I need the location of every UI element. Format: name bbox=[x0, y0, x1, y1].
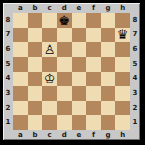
square-g7[interactable] bbox=[101, 28, 116, 43]
square-a6[interactable] bbox=[13, 42, 28, 57]
square-e5[interactable] bbox=[72, 57, 87, 72]
piece-white-king[interactable]: ♔ bbox=[44, 72, 56, 85]
square-b3[interactable] bbox=[28, 86, 43, 101]
piece-white-pawn[interactable]: ♙ bbox=[44, 43, 56, 56]
square-g3[interactable] bbox=[101, 86, 116, 101]
chess-board: ♚♛♙♔ bbox=[13, 13, 130, 130]
square-f7[interactable] bbox=[86, 28, 101, 43]
square-a3[interactable] bbox=[13, 86, 28, 101]
square-c5[interactable] bbox=[42, 57, 57, 72]
square-e7[interactable] bbox=[72, 28, 87, 43]
square-d4[interactable] bbox=[57, 72, 72, 87]
square-e3[interactable] bbox=[72, 86, 87, 101]
square-b6[interactable] bbox=[28, 42, 43, 57]
square-h3[interactable] bbox=[115, 86, 130, 101]
square-d8[interactable]: ♚ bbox=[57, 13, 72, 28]
square-h2[interactable] bbox=[115, 101, 130, 116]
rank-label-8: 8 bbox=[130, 13, 140, 28]
rank-label-2: 2 bbox=[3, 101, 13, 116]
rank-label-6: 6 bbox=[3, 42, 13, 57]
square-d5[interactable] bbox=[57, 57, 72, 72]
square-d1[interactable] bbox=[57, 115, 72, 130]
square-e2[interactable] bbox=[72, 101, 87, 116]
rank-label-1: 1 bbox=[130, 115, 140, 130]
square-b1[interactable] bbox=[28, 115, 43, 130]
rank-labels-right: 87654321 bbox=[130, 13, 140, 130]
board-frame: abcdefgh 87654321 ♚♛♙♔ 87654321 abcdefgh bbox=[3, 3, 140, 140]
file-label-g: g bbox=[101, 3, 116, 13]
square-d2[interactable] bbox=[57, 101, 72, 116]
file-label-d: d bbox=[57, 130, 72, 140]
square-a8[interactable] bbox=[13, 13, 28, 28]
square-c8[interactable] bbox=[42, 13, 57, 28]
square-g6[interactable] bbox=[101, 42, 116, 57]
square-f2[interactable] bbox=[86, 101, 101, 116]
rank-label-2: 2 bbox=[130, 101, 140, 116]
file-label-g: g bbox=[101, 130, 116, 140]
file-label-b: b bbox=[28, 130, 43, 140]
square-d6[interactable] bbox=[57, 42, 72, 57]
rank-label-6: 6 bbox=[130, 42, 140, 57]
file-labels-top: abcdefgh bbox=[13, 3, 130, 13]
rank-label-1: 1 bbox=[3, 115, 13, 130]
square-e4[interactable] bbox=[72, 72, 87, 87]
square-b2[interactable] bbox=[28, 101, 43, 116]
square-f1[interactable] bbox=[86, 115, 101, 130]
square-h4[interactable] bbox=[115, 72, 130, 87]
square-e6[interactable] bbox=[72, 42, 87, 57]
file-label-f: f bbox=[86, 3, 101, 13]
file-label-a: a bbox=[13, 3, 28, 13]
frame-corner-bottom-left bbox=[3, 130, 13, 140]
rank-label-4: 4 bbox=[130, 72, 140, 87]
square-a2[interactable] bbox=[13, 101, 28, 116]
rank-label-3: 3 bbox=[3, 86, 13, 101]
square-h8[interactable] bbox=[115, 13, 130, 28]
square-f5[interactable] bbox=[86, 57, 101, 72]
rank-label-5: 5 bbox=[130, 57, 140, 72]
file-label-b: b bbox=[28, 3, 43, 13]
rank-labels-left: 87654321 bbox=[3, 13, 13, 130]
square-f8[interactable] bbox=[86, 13, 101, 28]
file-label-h: h bbox=[115, 130, 130, 140]
square-h7[interactable]: ♛ bbox=[115, 28, 130, 43]
square-c3[interactable] bbox=[42, 86, 57, 101]
file-labels-bottom: abcdefgh bbox=[13, 130, 130, 140]
square-f4[interactable] bbox=[86, 72, 101, 87]
square-g2[interactable] bbox=[101, 101, 116, 116]
square-a4[interactable] bbox=[13, 72, 28, 87]
square-c7[interactable] bbox=[42, 28, 57, 43]
square-a5[interactable] bbox=[13, 57, 28, 72]
square-a7[interactable] bbox=[13, 28, 28, 43]
square-c1[interactable] bbox=[42, 115, 57, 130]
file-label-c: c bbox=[42, 3, 57, 13]
square-h1[interactable] bbox=[115, 115, 130, 130]
rank-label-4: 4 bbox=[3, 72, 13, 87]
square-c6[interactable]: ♙ bbox=[42, 42, 57, 57]
file-label-e: e bbox=[72, 3, 87, 13]
square-g5[interactable] bbox=[101, 57, 116, 72]
square-b8[interactable] bbox=[28, 13, 43, 28]
square-g8[interactable] bbox=[101, 13, 116, 28]
file-label-e: e bbox=[72, 130, 87, 140]
frame-corner-bottom-right bbox=[130, 130, 140, 140]
square-e8[interactable] bbox=[72, 13, 87, 28]
square-b5[interactable] bbox=[28, 57, 43, 72]
piece-black-king[interactable]: ♚ bbox=[58, 14, 70, 27]
file-label-c: c bbox=[42, 130, 57, 140]
file-label-h: h bbox=[115, 3, 130, 13]
file-label-a: a bbox=[13, 130, 28, 140]
piece-black-queen[interactable]: ♛ bbox=[117, 28, 129, 41]
square-f6[interactable] bbox=[86, 42, 101, 57]
rank-label-7: 7 bbox=[3, 28, 13, 43]
square-e1[interactable] bbox=[72, 115, 87, 130]
square-h5[interactable] bbox=[115, 57, 130, 72]
frame-corner-top-left bbox=[3, 3, 13, 13]
file-label-d: d bbox=[57, 3, 72, 13]
square-b4[interactable] bbox=[28, 72, 43, 87]
rank-label-3: 3 bbox=[130, 86, 140, 101]
square-d7[interactable] bbox=[57, 28, 72, 43]
square-a1[interactable] bbox=[13, 115, 28, 130]
square-d3[interactable] bbox=[57, 86, 72, 101]
rank-label-7: 7 bbox=[130, 28, 140, 43]
square-b7[interactable] bbox=[28, 28, 43, 43]
square-c4[interactable]: ♔ bbox=[42, 72, 57, 87]
square-g1[interactable] bbox=[101, 115, 116, 130]
square-h6[interactable] bbox=[115, 42, 130, 57]
square-f3[interactable] bbox=[86, 86, 101, 101]
rank-label-8: 8 bbox=[3, 13, 13, 28]
square-g4[interactable] bbox=[101, 72, 116, 87]
frame-corner-top-right bbox=[130, 3, 140, 13]
square-c2[interactable] bbox=[42, 101, 57, 116]
file-label-f: f bbox=[86, 130, 101, 140]
chess-diagram: abcdefgh 87654321 ♚♛♙♔ 87654321 abcdefgh bbox=[0, 0, 145, 145]
rank-label-5: 5 bbox=[3, 57, 13, 72]
